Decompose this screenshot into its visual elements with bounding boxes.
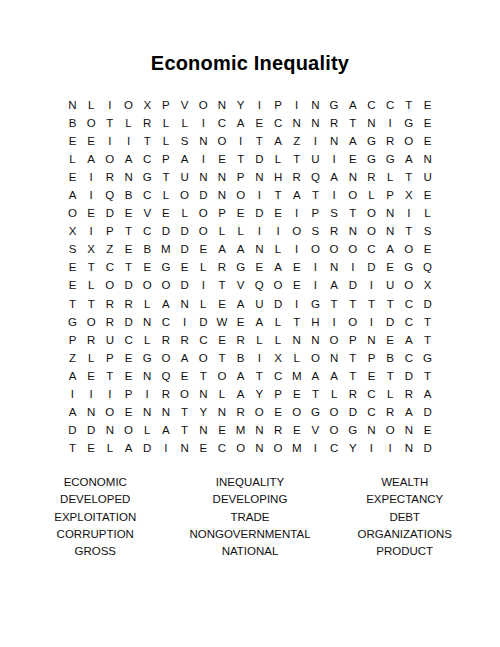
grid-cell-r2c13: N <box>287 114 306 132</box>
grid-cell-r18c10: R <box>231 403 250 421</box>
grid-cell-r6c7: O <box>175 186 194 204</box>
grid-cell-r5c3: R <box>101 168 120 186</box>
grid-cell-r18c12: E <box>269 403 288 421</box>
grid-cell-r15c6: O <box>157 349 176 367</box>
grid-cell-r19c9: E <box>213 421 232 439</box>
grid-cell-r15c4: E <box>119 349 138 367</box>
grid-cell-r2c9: C <box>213 114 232 132</box>
grid-cell-r9c9: A <box>213 240 232 258</box>
grid-cell-r15c5: G <box>138 349 157 367</box>
grid-cell-r18c19: A <box>400 403 419 421</box>
grid-cell-r18c3: O <box>101 403 120 421</box>
grid-cell-r3c4: I <box>119 132 138 150</box>
grid-cell-r17c18: L <box>381 385 400 403</box>
grid-cell-r4c12: L <box>269 150 288 168</box>
grid-cell-r5c6: T <box>157 168 176 186</box>
grid-cell-r3c7: S <box>175 132 194 150</box>
grid-cell-r18c4: E <box>119 403 138 421</box>
grid-cell-r19c11: N <box>250 421 269 439</box>
grid-cell-r14c7: R <box>175 331 194 349</box>
grid-cell-r10c6: G <box>157 258 176 276</box>
grid-cell-r17c6: R <box>157 385 176 403</box>
grid-cell-r5c11: N <box>250 168 269 186</box>
grid-cell-r16c18: T <box>381 367 400 385</box>
grid-cell-r20c17: I <box>362 439 381 457</box>
grid-cell-r16c7: E <box>175 367 194 385</box>
grid-cell-r4c4: A <box>119 150 138 168</box>
grid-cell-r14c16: P <box>343 331 362 349</box>
grid-cell-r6c2: I <box>82 186 101 204</box>
grid-cell-r8c6: D <box>157 222 176 240</box>
grid-cell-r4c17: G <box>362 150 381 168</box>
grid-cell-r15c18: B <box>381 349 400 367</box>
grid-cell-r13c20: T <box>418 313 437 331</box>
grid-cell-r13c18: D <box>381 313 400 331</box>
grid-cell-r6c15: I <box>325 186 344 204</box>
grid-cell-r16c19: D <box>400 367 419 385</box>
grid-cell-r9c2: X <box>82 240 101 258</box>
grid-cell-r10c17: D <box>362 258 381 276</box>
grid-cell-r9c14: O <box>306 240 325 258</box>
grid-cell-r13c11: A <box>250 313 269 331</box>
grid-cell-r1c17: C <box>362 96 381 114</box>
grid-cell-r4c1: L <box>63 150 82 168</box>
grid-cell-r11c14: I <box>306 276 325 294</box>
grid-cell-r3c3: I <box>101 132 120 150</box>
grid-cell-r14c9: E <box>213 331 232 349</box>
grid-cell-r5c1: E <box>63 168 82 186</box>
grid-cell-r15c7: A <box>175 349 194 367</box>
grid-cell-r11c1: E <box>63 276 82 294</box>
grid-cell-r17c15: L <box>325 385 344 403</box>
grid-cell-r18c6: N <box>157 403 176 421</box>
grid-cell-r18c8: Y <box>194 403 213 421</box>
grid-cell-r1c20: E <box>418 96 437 114</box>
grid-cell-r12c20: D <box>418 295 437 313</box>
grid-cell-r16c6: Q <box>157 367 176 385</box>
grid-cell-r3c10: I <box>231 132 250 150</box>
grid-cell-r2c2: O <box>82 114 101 132</box>
grid-cell-r3c16: A <box>343 132 362 150</box>
grid-cell-r3c13: Z <box>287 132 306 150</box>
grid-cell-r20c3: L <box>101 439 120 457</box>
grid-cell-r17c10: A <box>231 385 250 403</box>
grid-cell-r13c3: R <box>101 313 120 331</box>
grid-cell-r8c12: I <box>269 222 288 240</box>
grid-cell-r4c6: P <box>157 150 176 168</box>
grid-cell-r20c16: Y <box>343 439 362 457</box>
grid-cell-r13c9: W <box>213 313 232 331</box>
grid-cell-r8c3: P <box>101 222 120 240</box>
grid-cell-r3c8: N <box>194 132 213 150</box>
grid-cell-r19c15: O <box>325 421 344 439</box>
grid-cell-r10c3: C <box>101 258 120 276</box>
grid-cell-r16c10: A <box>231 367 250 385</box>
grid-cell-r15c8: O <box>194 349 213 367</box>
word-item: GROSS <box>28 543 163 560</box>
grid-cell-r17c14: T <box>306 385 325 403</box>
grid-cell-r20c4: A <box>119 439 138 457</box>
grid-cell-r5c5: G <box>138 168 157 186</box>
grid-cell-r10c16: I <box>343 258 362 276</box>
grid-cell-r12c2: T <box>82 295 101 313</box>
grid-cell-r16c13: M <box>287 367 306 385</box>
grid-cell-r6c9: N <box>213 186 232 204</box>
grid-cell-r7c6: E <box>157 204 176 222</box>
grid-cell-r11c6: O <box>157 276 176 294</box>
grid-cell-r9c10: A <box>231 240 250 258</box>
grid-cell-r3c14: I <box>306 132 325 150</box>
grid-cell-r4c3: O <box>101 150 120 168</box>
grid-cell-r1c14: N <box>306 96 325 114</box>
word-list-column-3: WEALTHEXPECTANCYDEBTORGANIZATIONSPRODUCT <box>337 474 472 560</box>
grid-cell-r20c15: C <box>325 439 344 457</box>
grid-cell-r2c19: G <box>400 114 419 132</box>
grid-cell-r2c5: R <box>138 114 157 132</box>
grid-cell-r11c2: L <box>82 276 101 294</box>
grid-cell-r6c10: O <box>231 186 250 204</box>
grid-cell-r2c11: E <box>250 114 269 132</box>
word-item: PRODUCT <box>337 543 472 560</box>
grid-cell-r7c2: E <box>82 204 101 222</box>
grid-cell-r12c14: G <box>306 295 325 313</box>
grid-cell-r2c10: A <box>231 114 250 132</box>
word-item: ECONOMIC <box>28 474 163 491</box>
grid-cell-r12c15: T <box>325 295 344 313</box>
grid-cell-r15c15: N <box>325 349 344 367</box>
grid-cell-r4c2: A <box>82 150 101 168</box>
word-item: EXPLOITATION <box>28 509 163 526</box>
grid-cell-r6c1: A <box>63 186 82 204</box>
grid-cell-r20c11: N <box>250 439 269 457</box>
grid-cell-r8c17: O <box>362 222 381 240</box>
grid-cell-r8c1: X <box>63 222 82 240</box>
grid-cell-r1c13: I <box>287 96 306 114</box>
grid-cell-r4c14: U <box>306 150 325 168</box>
grid-cell-r9c12: L <box>269 240 288 258</box>
grid-cell-r15c1: Z <box>63 349 82 367</box>
grid-cell-r8c5: C <box>138 222 157 240</box>
grid-cell-r1c4: O <box>119 96 138 114</box>
grid-cell-r6c4: B <box>119 186 138 204</box>
grid-cell-r7c12: E <box>269 204 288 222</box>
grid-cell-r12c17: T <box>362 295 381 313</box>
grid-cell-r17c9: L <box>213 385 232 403</box>
grid-cell-r17c12: P <box>269 385 288 403</box>
grid-cell-r3c5: T <box>138 132 157 150</box>
grid-cell-r13c12: L <box>269 313 288 331</box>
grid-cell-r6c6: L <box>157 186 176 204</box>
word-item: DEVELOPING <box>163 491 338 508</box>
grid-cell-r7c16: T <box>343 204 362 222</box>
grid-cell-r13c14: H <box>306 313 325 331</box>
grid-cell-r1c1: N <box>63 96 82 114</box>
grid-cell-r15c16: T <box>343 349 362 367</box>
grid-cell-r12c4: R <box>119 295 138 313</box>
grid-cell-r17c2: I <box>82 385 101 403</box>
word-item: DEBT <box>337 509 472 526</box>
grid-cell-r1c6: P <box>157 96 176 114</box>
grid-cell-r1c7: V <box>175 96 194 114</box>
grid-cell-r7c1: O <box>63 204 82 222</box>
grid-cell-r12c12: D <box>269 295 288 313</box>
grid-cell-r17c5: I <box>138 385 157 403</box>
grid-cell-r13c2: O <box>82 313 101 331</box>
grid-cell-r5c10: P <box>231 168 250 186</box>
grid-cell-r14c14: N <box>306 331 325 349</box>
grid-cell-r11c20: X <box>418 276 437 294</box>
grid-cell-r17c17: C <box>362 385 381 403</box>
grid-cell-r20c8: E <box>194 439 213 457</box>
grid-cell-r8c20: S <box>418 222 437 240</box>
grid-cell-r11c8: I <box>194 276 213 294</box>
grid-cell-r7c7: L <box>175 204 194 222</box>
grid-cell-r8c4: T <box>119 222 138 240</box>
grid-cell-r6c3: Q <box>101 186 120 204</box>
grid-cell-r7c10: E <box>231 204 250 222</box>
grid-cell-r8c19: T <box>400 222 419 240</box>
grid-cell-r8c2: I <box>82 222 101 240</box>
grid-cell-r9c1: S <box>63 240 82 258</box>
grid-cell-r11c4: D <box>119 276 138 294</box>
grid-cell-r2c17: N <box>362 114 381 132</box>
grid-cell-r2c18: I <box>381 114 400 132</box>
grid-cell-r19c20: E <box>418 421 437 439</box>
grid-cell-r17c13: E <box>287 385 306 403</box>
grid-cell-r6c13: A <box>287 186 306 204</box>
grid-cell-r15c2: L <box>82 349 101 367</box>
word-item: WEALTH <box>337 474 472 491</box>
grid-cell-r17c16: R <box>343 385 362 403</box>
grid-cell-r19c17: N <box>362 421 381 439</box>
grid-cell-r17c19: R <box>400 385 419 403</box>
grid-cell-r19c13: E <box>287 421 306 439</box>
grid-cell-r11c16: D <box>343 276 362 294</box>
grid-cell-r17c4: P <box>119 385 138 403</box>
grid-cell-r18c18: R <box>381 403 400 421</box>
grid-cell-r10c15: N <box>325 258 344 276</box>
grid-cell-r7c13: I <box>287 204 306 222</box>
grid-cell-r6c17: L <box>362 186 381 204</box>
grid-cell-r10c7: E <box>175 258 194 276</box>
grid-cell-r15c17: P <box>362 349 381 367</box>
grid-cell-r2c14: N <box>306 114 325 132</box>
grid-cell-r5c9: N <box>213 168 232 186</box>
grid-cell-r9c7: D <box>175 240 194 258</box>
grid-cell-r6c19: X <box>400 186 419 204</box>
grid-cell-r19c7: T <box>175 421 194 439</box>
grid-cell-r3c19: O <box>400 132 419 150</box>
grid-cell-r2c4: L <box>119 114 138 132</box>
grid-cell-r1c5: X <box>138 96 157 114</box>
grid-cell-r19c19: N <box>400 421 419 439</box>
grid-cell-r16c14: A <box>306 367 325 385</box>
grid-cell-r11c5: O <box>138 276 157 294</box>
grid-cell-r11c13: E <box>287 276 306 294</box>
grid-cell-r20c19: N <box>400 439 419 457</box>
grid-cell-r11c15: A <box>325 276 344 294</box>
grid-cell-r5c4: N <box>119 168 138 186</box>
grid-cell-r20c1: T <box>63 439 82 457</box>
grid-cell-r17c8: N <box>194 385 213 403</box>
grid-cell-r16c9: O <box>213 367 232 385</box>
grid-cell-r14c6: R <box>157 331 176 349</box>
grid-cell-r11c11: Q <box>250 276 269 294</box>
grid-cell-r1c11: I <box>250 96 269 114</box>
grid-cell-r16c3: T <box>101 367 120 385</box>
grid-cell-r4c11: D <box>250 150 269 168</box>
grid-cell-r4c13: T <box>287 150 306 168</box>
grid-cell-r7c8: O <box>194 204 213 222</box>
grid-cell-r12c6: A <box>157 295 176 313</box>
grid-cell-r20c2: E <box>82 439 101 457</box>
grid-cell-r14c19: A <box>400 331 419 349</box>
grid-cell-r14c2: R <box>82 331 101 349</box>
grid-cell-r15c19: C <box>400 349 419 367</box>
grid-cell-r2c1: B <box>63 114 82 132</box>
grid-cell-r11c10: V <box>231 276 250 294</box>
grid-cell-r14c18: E <box>381 331 400 349</box>
letter-grid: NLIOXPVONYIPINGACCTEBOTLRLLICAECNNRTNIGE… <box>0 96 500 457</box>
grid-cell-r9c3: Z <box>101 240 120 258</box>
grid-cell-r10c12: A <box>269 258 288 276</box>
grid-cell-r14c12: L <box>269 331 288 349</box>
grid-cell-r10c4: T <box>119 258 138 276</box>
grid-cell-r15c10: B <box>231 349 250 367</box>
grid-cell-r17c20: A <box>418 385 437 403</box>
grid-cell-r2c3: T <box>101 114 120 132</box>
grid-cell-r10c18: E <box>381 258 400 276</box>
grid-cell-r5c17: R <box>362 168 381 186</box>
grid-cell-r16c17: E <box>362 367 381 385</box>
grid-cell-r9c18: A <box>381 240 400 258</box>
grid-cell-r3c17: G <box>362 132 381 150</box>
grid-cell-r4c19: A <box>400 150 419 168</box>
grid-cell-r10c5: E <box>138 258 157 276</box>
grid-cell-r8c14: S <box>306 222 325 240</box>
grid-cell-r9c6: M <box>157 240 176 258</box>
puzzle-title: Economic Inequality <box>0 0 500 75</box>
grid-cell-r7c4: E <box>119 204 138 222</box>
grid-cell-r20c14: I <box>306 439 325 457</box>
word-item: INEQUALITY <box>163 474 338 491</box>
word-list-column-1: ECONOMICDEVELOPEDEXPLOITATIONCORRUPTIONG… <box>28 474 163 560</box>
grid-cell-r11c9: T <box>213 276 232 294</box>
grid-cell-r5c7: U <box>175 168 194 186</box>
grid-cell-r4c20: N <box>418 150 437 168</box>
grid-cell-r18c20: D <box>418 403 437 421</box>
grid-cell-r3c6: L <box>157 132 176 150</box>
grid-cell-r14c13: N <box>287 331 306 349</box>
grid-cell-r8c7: D <box>175 222 194 240</box>
grid-cell-r18c16: D <box>343 403 362 421</box>
grid-cell-r12c18: T <box>381 295 400 313</box>
grid-cell-r14c1: P <box>63 331 82 349</box>
grid-cell-r14c15: O <box>325 331 344 349</box>
grid-cell-r16c12: C <box>269 367 288 385</box>
grid-cell-r5c8: N <box>194 168 213 186</box>
grid-cell-r14c17: N <box>362 331 381 349</box>
grid-cell-r18c14: G <box>306 403 325 421</box>
grid-cell-r3c20: E <box>418 132 437 150</box>
grid-cell-r12c7: N <box>175 295 194 313</box>
grid-cell-r16c8: T <box>194 367 213 385</box>
grid-cell-r18c15: O <box>325 403 344 421</box>
grid-cell-r2c20: E <box>418 114 437 132</box>
grid-cell-r18c7: T <box>175 403 194 421</box>
grid-cell-r20c7: N <box>175 439 194 457</box>
grid-cell-r19c10: M <box>231 421 250 439</box>
grid-cell-r20c13: M <box>287 439 306 457</box>
grid-cell-r5c14: Q <box>306 168 325 186</box>
grid-cell-r10c19: G <box>400 258 419 276</box>
grid-cell-r17c11: Y <box>250 385 269 403</box>
grid-cell-r11c18: U <box>381 276 400 294</box>
word-item: DEVELOPED <box>28 491 163 508</box>
grid-cell-r16c15: A <box>325 367 344 385</box>
grid-cell-r12c9: E <box>213 295 232 313</box>
grid-cell-r19c5: L <box>138 421 157 439</box>
grid-cell-r14c5: L <box>138 331 157 349</box>
grid-cell-r4c18: G <box>381 150 400 168</box>
grid-cell-r7c5: V <box>138 204 157 222</box>
grid-cell-r8c13: O <box>287 222 306 240</box>
grid-cell-r13c6: C <box>157 313 176 331</box>
grid-cell-r15c14: O <box>306 349 325 367</box>
grid-cell-r11c19: O <box>400 276 419 294</box>
grid-cell-r4c8: I <box>194 150 213 168</box>
grid-cell-r5c19: T <box>400 168 419 186</box>
grid-cell-r10c2: T <box>82 258 101 276</box>
grid-cell-r8c10: L <box>231 222 250 240</box>
word-item: EXPECTANCY <box>337 491 472 508</box>
grid-cell-r6c5: C <box>138 186 157 204</box>
grid-cell-r10c1: E <box>63 258 82 276</box>
grid-cell-r6c20: E <box>418 186 437 204</box>
grid-cell-r6c16: O <box>343 186 362 204</box>
grid-cell-r4c5: C <box>138 150 157 168</box>
grid-cell-r19c18: O <box>381 421 400 439</box>
grid-cell-r2c7: L <box>175 114 194 132</box>
grid-cell-r3c11: T <box>250 132 269 150</box>
grid-cell-r5c12: H <box>269 168 288 186</box>
grid-cell-r9c11: N <box>250 240 269 258</box>
grid-cell-r3c1: E <box>63 132 82 150</box>
word-item: NATIONAL <box>163 543 338 560</box>
grid-cell-r15c20: G <box>418 349 437 367</box>
grid-cell-r8c11: I <box>250 222 269 240</box>
grid-cell-r15c13: L <box>287 349 306 367</box>
grid-cell-r12c11: U <box>250 295 269 313</box>
grid-cell-r9c4: E <box>119 240 138 258</box>
grid-cell-r13c7: I <box>175 313 194 331</box>
grid-cell-r17c3: I <box>101 385 120 403</box>
grid-cell-r16c5: N <box>138 367 157 385</box>
grid-cell-r16c2: E <box>82 367 101 385</box>
grid-cell-r10c14: I <box>306 258 325 276</box>
grid-cell-r20c10: O <box>231 439 250 457</box>
word-list-column-2: INEQUALITYDEVELOPINGTRADENONGOVERNMENTAL… <box>163 474 338 560</box>
grid-cell-r19c1: D <box>63 421 82 439</box>
grid-cell-r6c12: T <box>269 186 288 204</box>
grid-cell-r9c17: C <box>362 240 381 258</box>
grid-cell-r13c1: G <box>63 313 82 331</box>
grid-cell-r20c18: I <box>381 439 400 457</box>
grid-cell-r9c19: O <box>400 240 419 258</box>
grid-cell-r1c10: Y <box>231 96 250 114</box>
grid-cell-r17c1: I <box>63 385 82 403</box>
grid-cell-r10c8: L <box>194 258 213 276</box>
